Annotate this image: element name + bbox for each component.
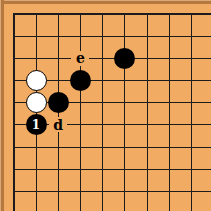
- grid-vline: [102, 13, 103, 211]
- board-frame-left: [0, 0, 4, 211]
- move-number: 1: [32, 119, 40, 131]
- grid-vline: [147, 13, 148, 211]
- point-label-d: d: [49, 117, 67, 132]
- white-stone: [26, 70, 47, 91]
- go-position-diagram: ed1: [0, 0, 211, 211]
- white-stone: [26, 92, 47, 113]
- grid-vline: [169, 13, 170, 211]
- grid-vline: [13, 13, 15, 211]
- black-stone: [114, 48, 135, 69]
- grid-hline: [13, 147, 211, 148]
- grid-hline: [13, 36, 211, 37]
- grid-hline: [13, 169, 211, 170]
- grid-vline: [124, 13, 125, 211]
- grid-vline: [80, 13, 81, 211]
- grid-hline: [13, 58, 211, 59]
- grid-vline: [191, 13, 192, 211]
- black-stone: 1: [26, 114, 47, 135]
- board-frame-top: [0, 0, 211, 4]
- grid-hline: [13, 191, 211, 192]
- black-stone: [70, 70, 91, 91]
- grid-hline: [13, 13, 211, 15]
- point-label-e: e: [71, 51, 89, 66]
- black-stone: [48, 92, 69, 113]
